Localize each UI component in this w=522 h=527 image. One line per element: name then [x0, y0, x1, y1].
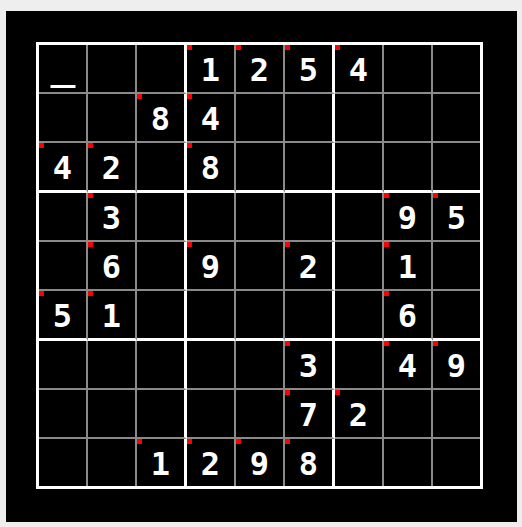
cell-r8c8[interactable] — [384, 390, 433, 439]
given-marker — [187, 94, 192, 99]
cell-r6c1[interactable]: 5 — [39, 291, 88, 341]
cell-r9c2[interactable] — [88, 439, 137, 486]
cell-r3c7[interactable] — [335, 143, 384, 193]
cell-r6c9[interactable] — [433, 291, 480, 341]
given-marker — [88, 291, 93, 296]
cell-r8c2[interactable] — [88, 390, 137, 439]
digit: 1 — [201, 54, 220, 86]
cell-r6c2[interactable]: 1 — [88, 291, 137, 341]
cell-r1c9[interactable] — [433, 45, 480, 94]
cell-r1c1[interactable] — [39, 45, 88, 94]
cell-r6c3[interactable] — [137, 291, 187, 341]
given-marker — [384, 291, 389, 296]
given-marker — [39, 143, 44, 148]
cell-r1c3[interactable] — [137, 45, 187, 94]
digit: 4 — [398, 350, 417, 382]
given-marker — [187, 439, 192, 444]
cell-r1c6[interactable]: 5 — [285, 45, 335, 94]
cell-r8c9[interactable] — [433, 390, 480, 439]
cell-r2c5[interactable] — [236, 94, 285, 143]
digit: 9 — [250, 448, 269, 480]
given-marker — [137, 94, 142, 99]
cell-r5c5[interactable] — [236, 242, 285, 291]
digit: 9 — [398, 202, 417, 234]
cell-r8c5[interactable] — [236, 390, 285, 439]
cell-r9c4[interactable]: 2 — [187, 439, 236, 486]
cell-r3c5[interactable] — [236, 143, 285, 193]
cell-r4c4[interactable] — [187, 193, 236, 242]
cell-r9c8[interactable] — [384, 439, 433, 486]
given-marker — [285, 45, 290, 50]
digit: 7 — [299, 399, 318, 431]
digit: 5 — [299, 54, 318, 86]
given-marker — [88, 143, 93, 148]
given-marker — [39, 291, 44, 296]
cell-r4c8[interactable]: 9 — [384, 193, 433, 242]
given-marker — [384, 242, 389, 247]
cell-r9c3[interactable]: 1 — [137, 439, 187, 486]
given-marker — [285, 439, 290, 444]
cell-r3c9[interactable] — [433, 143, 480, 193]
cell-r5c9[interactable] — [433, 242, 480, 291]
cell-r1c4[interactable]: 1 — [187, 45, 236, 94]
digit: 2 — [250, 54, 269, 86]
digit: 1 — [398, 251, 417, 283]
cell-r8c7[interactable]: 2 — [335, 390, 384, 439]
cell-r3c3[interactable] — [137, 143, 187, 193]
digit: 2 — [102, 152, 121, 184]
digit: 1 — [151, 448, 170, 480]
digit: 9 — [201, 251, 220, 283]
cell-r5c7[interactable] — [335, 242, 384, 291]
cell-r5c6[interactable]: 2 — [285, 242, 335, 291]
cell-r6c8[interactable]: 6 — [384, 291, 433, 341]
given-marker — [187, 242, 192, 247]
cell-r2c8[interactable] — [384, 94, 433, 143]
cell-r2c6[interactable] — [285, 94, 335, 143]
cell-r1c8[interactable] — [384, 45, 433, 94]
given-marker — [433, 341, 438, 346]
cell-r7c8[interactable]: 4 — [384, 341, 433, 390]
cell-r4c1[interactable] — [39, 193, 88, 242]
given-marker — [187, 45, 192, 50]
digit: 2 — [349, 399, 368, 431]
digit: 4 — [349, 54, 368, 86]
digit: 3 — [102, 202, 121, 234]
sudoku-board: 1254844283956921516349721298 — [36, 42, 483, 489]
cell-r5c8[interactable]: 1 — [384, 242, 433, 291]
given-marker — [433, 193, 438, 198]
cell-r7c5[interactable] — [236, 341, 285, 390]
given-marker — [88, 242, 93, 247]
cell-r7c6[interactable]: 3 — [285, 341, 335, 390]
given-marker — [187, 143, 192, 148]
cursor-underscore — [50, 85, 75, 88]
cell-r8c1[interactable] — [39, 390, 88, 439]
cell-r3c8[interactable] — [384, 143, 433, 193]
given-marker — [285, 341, 290, 346]
digit: 5 — [53, 300, 72, 332]
digit: 4 — [53, 152, 72, 184]
cell-r7c7[interactable] — [335, 341, 384, 390]
cell-r1c2[interactable] — [88, 45, 137, 94]
given-marker — [335, 45, 340, 50]
digit: 6 — [102, 251, 121, 283]
digit: 4 — [201, 103, 220, 135]
cell-r4c7[interactable] — [335, 193, 384, 242]
digit: 3 — [299, 350, 318, 382]
cell-r1c5[interactable]: 2 — [236, 45, 285, 94]
cell-r7c2[interactable] — [88, 341, 137, 390]
cell-r4c5[interactable] — [236, 193, 285, 242]
given-marker — [384, 193, 389, 198]
cell-r3c2[interactable]: 2 — [88, 143, 137, 193]
digit: 8 — [151, 103, 170, 135]
cell-r6c5[interactable] — [236, 291, 285, 341]
cell-r2c1[interactable] — [39, 94, 88, 143]
given-marker — [236, 439, 241, 444]
digit: 2 — [299, 251, 318, 283]
cell-r2c2[interactable] — [88, 94, 137, 143]
cell-r7c4[interactable] — [187, 341, 236, 390]
cell-r7c3[interactable] — [137, 341, 187, 390]
cell-r8c4[interactable] — [187, 390, 236, 439]
cell-r6c7[interactable] — [335, 291, 384, 341]
game-window: 1254844283956921516349721298 — [6, 11, 517, 522]
cell-r9c6[interactable]: 8 — [285, 439, 335, 486]
cell-r7c1[interactable] — [39, 341, 88, 390]
cell-r3c1[interactable]: 4 — [39, 143, 88, 193]
cell-r9c7[interactable] — [335, 439, 384, 486]
cell-r2c4[interactable]: 4 — [187, 94, 236, 143]
given-marker — [285, 242, 290, 247]
cell-r6c6[interactable] — [285, 291, 335, 341]
digit: 6 — [398, 300, 417, 332]
given-marker — [384, 341, 389, 346]
digit: 8 — [299, 448, 318, 480]
cell-r9c9[interactable] — [433, 439, 480, 486]
cell-r2c3[interactable]: 8 — [137, 94, 187, 143]
given-marker — [285, 390, 290, 395]
cell-r8c3[interactable] — [137, 390, 187, 439]
cell-r7c9[interactable]: 9 — [433, 341, 480, 390]
cell-r5c4[interactable]: 9 — [187, 242, 236, 291]
cell-r3c6[interactable] — [285, 143, 335, 193]
cell-r5c2[interactable]: 6 — [88, 242, 137, 291]
cell-r1c7[interactable]: 4 — [335, 45, 384, 94]
cell-r9c5[interactable]: 9 — [236, 439, 285, 486]
cell-r4c3[interactable] — [137, 193, 187, 242]
cell-r5c3[interactable] — [137, 242, 187, 291]
digit: 1 — [102, 300, 121, 332]
digit: 5 — [447, 202, 466, 234]
cell-r4c9[interactable]: 5 — [433, 193, 480, 242]
cell-r5c1[interactable] — [39, 242, 88, 291]
cell-r4c2[interactable]: 3 — [88, 193, 137, 242]
given-marker — [335, 390, 340, 395]
cell-r2c7[interactable] — [335, 94, 384, 143]
given-marker — [236, 45, 241, 50]
cell-r8c6[interactable]: 7 — [285, 390, 335, 439]
given-marker — [137, 439, 142, 444]
digit: 2 — [201, 448, 220, 480]
cell-r9c1[interactable] — [39, 439, 88, 486]
cell-r3c4[interactable]: 8 — [187, 143, 236, 193]
digit: 9 — [447, 350, 466, 382]
given-marker — [88, 193, 93, 198]
cell-r6c4[interactable] — [187, 291, 236, 341]
cell-r2c9[interactable] — [433, 94, 480, 143]
cell-r4c6[interactable] — [285, 193, 335, 242]
digit: 8 — [201, 152, 220, 184]
